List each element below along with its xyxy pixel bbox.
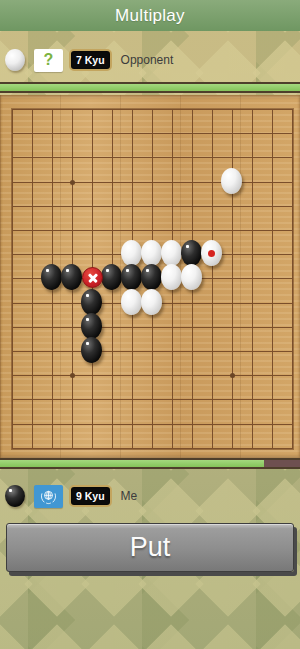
white-stone — [221, 168, 242, 194]
opponent-stone-icon — [5, 49, 25, 71]
title-bar: Multiplay — [0, 0, 300, 31]
question-mark-icon: ? — [44, 52, 54, 68]
white-stone — [201, 240, 222, 266]
opponent-timer-bar — [0, 82, 300, 93]
put-button[interactable]: Put — [6, 523, 294, 572]
opponent-timer-fill — [0, 84, 300, 91]
my-stone-icon — [5, 485, 25, 507]
black-stone — [81, 337, 102, 363]
my-rank-badge: 9 Kyu — [69, 485, 112, 508]
my-timer-bar — [0, 458, 300, 469]
last-move-dot — [208, 250, 215, 257]
opponent-info-row: ? 7 Kyu Opponent — [5, 46, 173, 74]
black-stone — [181, 240, 202, 266]
white-stone — [141, 240, 162, 266]
my-info-row: 9 Kyu Me — [5, 482, 137, 510]
unknown-flag-icon: ? — [34, 49, 63, 72]
opponent-name: Opponent — [121, 53, 174, 67]
page-title: Multiplay — [115, 6, 185, 26]
star-point — [70, 373, 75, 378]
white-stone — [121, 289, 142, 315]
star-point — [230, 373, 235, 378]
black-stone — [81, 289, 102, 315]
un-flag-icon — [34, 485, 63, 508]
white-stone — [161, 240, 182, 266]
white-stone — [141, 289, 162, 315]
star-point — [70, 180, 75, 185]
opponent-rank-badge: 7 Kyu — [69, 49, 112, 72]
my-name: Me — [121, 489, 138, 503]
my-timer-fill — [0, 460, 264, 467]
white-stone — [121, 240, 142, 266]
gomoku-board[interactable] — [0, 95, 300, 458]
black-stone — [81, 313, 102, 339]
